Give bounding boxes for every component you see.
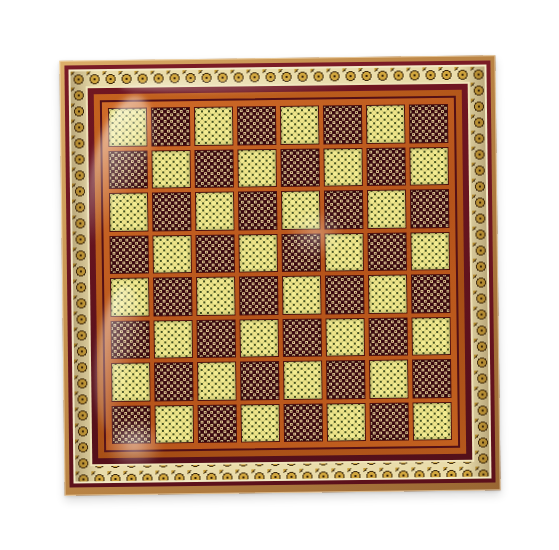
square-e4[interactable] bbox=[283, 276, 320, 313]
square-h5[interactable] bbox=[411, 232, 448, 269]
square-c6[interactable] bbox=[195, 192, 232, 229]
square-f2[interactable] bbox=[327, 360, 364, 397]
square-f7[interactable] bbox=[324, 148, 361, 185]
square-b5[interactable] bbox=[153, 235, 190, 272]
square-b8[interactable] bbox=[151, 108, 188, 145]
maroon-band-outer bbox=[64, 60, 495, 487]
square-a8[interactable] bbox=[108, 108, 145, 145]
photo-background bbox=[0, 0, 559, 550]
square-b6[interactable] bbox=[152, 193, 189, 230]
square-c1[interactable] bbox=[198, 405, 235, 442]
khatam-inlay-border bbox=[70, 66, 489, 481]
square-d3[interactable] bbox=[240, 319, 277, 356]
square-d1[interactable] bbox=[241, 404, 278, 441]
square-f3[interactable] bbox=[326, 318, 363, 355]
square-g4[interactable] bbox=[369, 275, 406, 312]
square-c5[interactable] bbox=[196, 235, 233, 272]
wood-frame-edge bbox=[59, 55, 500, 495]
square-h8[interactable] bbox=[409, 104, 446, 141]
cream-line-outer bbox=[68, 64, 491, 483]
square-g2[interactable] bbox=[370, 360, 407, 397]
maroon-band-inner bbox=[87, 83, 472, 464]
square-b7[interactable] bbox=[152, 150, 189, 187]
square-d5[interactable] bbox=[239, 234, 276, 271]
square-f4[interactable] bbox=[326, 275, 363, 312]
board-grid bbox=[99, 95, 459, 451]
square-d4[interactable] bbox=[240, 277, 277, 314]
square-b1[interactable] bbox=[155, 405, 192, 442]
square-g1[interactable] bbox=[370, 402, 407, 439]
square-e1[interactable] bbox=[284, 404, 321, 441]
square-c2[interactable] bbox=[198, 362, 235, 399]
square-a2[interactable] bbox=[112, 363, 149, 400]
square-e8[interactable] bbox=[280, 106, 317, 143]
square-a3[interactable] bbox=[111, 321, 148, 358]
square-d8[interactable] bbox=[237, 107, 274, 144]
square-e6[interactable] bbox=[281, 191, 318, 228]
square-e5[interactable] bbox=[282, 234, 319, 271]
square-d6[interactable] bbox=[238, 192, 275, 229]
square-a7[interactable] bbox=[109, 151, 146, 188]
cream-line-inner bbox=[85, 81, 474, 466]
square-h7[interactable] bbox=[410, 147, 447, 184]
chessboard bbox=[59, 55, 500, 495]
square-e7[interactable] bbox=[281, 149, 318, 186]
square-f5[interactable] bbox=[325, 233, 362, 270]
square-b2[interactable] bbox=[155, 363, 192, 400]
square-g5[interactable] bbox=[368, 232, 405, 269]
square-h1[interactable] bbox=[413, 402, 450, 439]
square-h4[interactable] bbox=[412, 274, 449, 311]
square-h6[interactable] bbox=[410, 189, 447, 226]
square-g6[interactable] bbox=[367, 190, 404, 227]
square-f8[interactable] bbox=[323, 105, 360, 142]
square-g3[interactable] bbox=[369, 317, 406, 354]
square-h3[interactable] bbox=[412, 317, 449, 354]
square-b3[interactable] bbox=[154, 320, 191, 357]
square-c3[interactable] bbox=[197, 320, 234, 357]
square-f1[interactable] bbox=[327, 403, 364, 440]
square-f6[interactable] bbox=[324, 190, 361, 227]
square-e3[interactable] bbox=[283, 319, 320, 356]
square-d7[interactable] bbox=[238, 149, 275, 186]
square-a4[interactable] bbox=[111, 278, 148, 315]
square-a6[interactable] bbox=[109, 193, 146, 230]
square-g8[interactable] bbox=[366, 105, 403, 142]
square-h2[interactable] bbox=[413, 359, 450, 396]
square-b4[interactable] bbox=[154, 278, 191, 315]
square-c4[interactable] bbox=[197, 277, 234, 314]
square-e2[interactable] bbox=[284, 361, 321, 398]
square-a5[interactable] bbox=[110, 236, 147, 273]
square-c7[interactable] bbox=[195, 150, 232, 187]
square-a1[interactable] bbox=[112, 406, 149, 443]
rust-inner-frame bbox=[93, 89, 465, 457]
square-g7[interactable] bbox=[367, 147, 404, 184]
square-d2[interactable] bbox=[241, 362, 278, 399]
square-c8[interactable] bbox=[194, 107, 231, 144]
